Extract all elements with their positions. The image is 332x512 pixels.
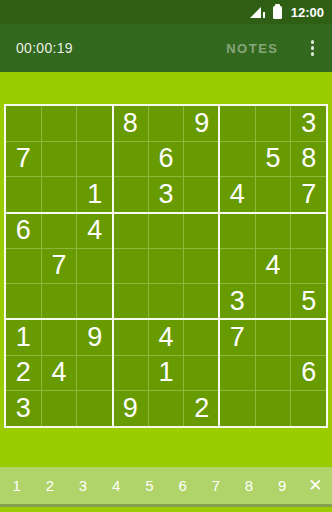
sudoku-cell-r2c1[interactable]: 7 [6,142,41,177]
numpad-key-4[interactable]: 4 [100,467,133,504]
notes-button[interactable]: NOTES [222,35,282,62]
sudoku-cell-r6c9[interactable]: 5 [291,284,326,319]
numpad: 123456789✕ [0,467,332,507]
sudoku-cell-r7c2[interactable] [42,320,77,355]
sudoku-cell-r3c4[interactable] [113,177,148,212]
sudoku-cell-r6c4[interactable] [113,284,148,319]
sudoku-cell-r2c9[interactable]: 8 [291,142,326,177]
sudoku-cell-r8c8[interactable] [256,356,291,391]
sudoku-cell-r8c9[interactable]: 6 [291,356,326,391]
sudoku-cell-r4c5[interactable] [149,213,184,248]
sudoku-cell-r2c4[interactable] [113,142,148,177]
sudoku-cell-r4c2[interactable] [42,213,77,248]
numpad-key-1[interactable]: 1 [0,467,33,504]
sudoku-cell-r1c1[interactable] [6,106,41,141]
sudoku-cell-r6c6[interactable] [184,284,219,319]
status-bar: 12:00 [0,0,332,24]
sudoku-cell-r9c4[interactable]: 9 [113,391,148,426]
sudoku-cell-r8c6[interactable] [184,356,219,391]
battery-icon [273,6,282,19]
sudoku-cell-r5c5[interactable] [149,249,184,284]
sudoku-cell-r6c1[interactable] [6,284,41,319]
sudoku-cell-r5c1[interactable] [6,249,41,284]
sudoku-cell-r7c8[interactable] [256,320,291,355]
sudoku-cell-r1c9[interactable]: 3 [291,106,326,141]
sudoku-cell-r9c2[interactable] [42,391,77,426]
sudoku-cell-r5c3[interactable] [77,249,112,284]
sudoku-cell-r5c8[interactable]: 4 [256,249,291,284]
sudoku-cell-r4c1[interactable]: 6 [6,213,41,248]
sudoku-cell-r5c2[interactable]: 7 [42,249,77,284]
sudoku-cell-r5c9[interactable] [291,249,326,284]
sudoku-cell-r4c3[interactable]: 4 [77,213,112,248]
numpad-key-7[interactable]: 7 [199,467,232,504]
sudoku-cell-r3c1[interactable] [6,177,41,212]
sudoku-cell-r2c8[interactable]: 5 [256,142,291,177]
sudoku-grid: 8937658134764743519472416392 [4,104,328,428]
sudoku-cell-r5c7[interactable] [220,249,255,284]
sudoku-cell-r8c1[interactable]: 2 [6,356,41,391]
sudoku-cell-r3c7[interactable]: 4 [220,177,255,212]
sudoku-cell-r1c6[interactable]: 9 [184,106,219,141]
sudoku-cell-r8c3[interactable] [77,356,112,391]
overflow-menu-icon[interactable] [305,36,321,60]
sudoku-cell-r7c4[interactable] [113,320,148,355]
sudoku-app-screen: 12:00 00:00:19 NOTES 8937658134764743519… [0,0,332,512]
signal-icon [250,6,265,18]
numpad-key-2[interactable]: 2 [33,467,66,504]
sudoku-cell-r2c5[interactable]: 6 [149,142,184,177]
sudoku-cell-r1c2[interactable] [42,106,77,141]
sudoku-cell-r8c4[interactable] [113,356,148,391]
sudoku-cell-r7c9[interactable] [291,320,326,355]
sudoku-cell-r6c3[interactable] [77,284,112,319]
sudoku-cell-r4c9[interactable] [291,213,326,248]
numpad-key-3[interactable]: 3 [66,467,99,504]
sudoku-cell-r1c7[interactable] [220,106,255,141]
sudoku-cell-r4c4[interactable] [113,213,148,248]
numpad-key-9[interactable]: 9 [266,467,299,504]
sudoku-cell-r2c2[interactable] [42,142,77,177]
sudoku-cell-r9c7[interactable] [220,391,255,426]
sudoku-cell-r3c9[interactable]: 7 [291,177,326,212]
sudoku-cell-r2c6[interactable] [184,142,219,177]
numpad-delete-button[interactable]: ✕ [299,467,332,504]
sudoku-cell-r9c1[interactable]: 3 [6,391,41,426]
sudoku-cell-r6c8[interactable] [256,284,291,319]
sudoku-cell-r6c2[interactable] [42,284,77,319]
sudoku-cell-r7c3[interactable]: 9 [77,320,112,355]
sudoku-cell-r7c6[interactable] [184,320,219,355]
sudoku-cell-r7c7[interactable]: 7 [220,320,255,355]
sudoku-cell-r1c3[interactable] [77,106,112,141]
sudoku-cell-r7c1[interactable]: 1 [6,320,41,355]
sudoku-cell-r3c5[interactable]: 3 [149,177,184,212]
timer-display: 00:00:19 [16,40,73,56]
sudoku-cell-r3c3[interactable]: 1 [77,177,112,212]
numpad-key-8[interactable]: 8 [232,467,265,504]
numpad-key-5[interactable]: 5 [133,467,166,504]
sudoku-cell-r8c5[interactable]: 1 [149,356,184,391]
sudoku-cell-r2c3[interactable] [77,142,112,177]
sudoku-cell-r2c7[interactable] [220,142,255,177]
sudoku-cell-r3c8[interactable] [256,177,291,212]
sudoku-cell-r3c2[interactable] [42,177,77,212]
numpad-key-6[interactable]: 6 [166,467,199,504]
sudoku-cell-r5c4[interactable] [113,249,148,284]
sudoku-cell-r9c6[interactable]: 2 [184,391,219,426]
sudoku-cell-r9c8[interactable] [256,391,291,426]
sudoku-cell-r6c5[interactable] [149,284,184,319]
sudoku-cell-r9c3[interactable] [77,391,112,426]
sudoku-cell-r5c6[interactable] [184,249,219,284]
sudoku-cell-r3c6[interactable] [184,177,219,212]
sudoku-cell-r7c5[interactable]: 4 [149,320,184,355]
sudoku-cell-r1c5[interactable] [149,106,184,141]
sudoku-cell-r4c6[interactable] [184,213,219,248]
sudoku-cell-r8c7[interactable] [220,356,255,391]
sudoku-cell-r1c8[interactable] [256,106,291,141]
sudoku-cell-r9c9[interactable] [291,391,326,426]
sudoku-cell-r6c7[interactable]: 3 [220,284,255,319]
status-time: 12:00 [291,5,324,20]
app-bar: 00:00:19 NOTES [0,24,332,72]
sudoku-cell-r9c5[interactable] [149,391,184,426]
app-bar-actions: NOTES [222,35,320,62]
sudoku-cell-r4c7[interactable] [220,213,255,248]
sudoku-cell-r8c2[interactable]: 4 [42,356,77,391]
sudoku-cell-r4c8[interactable] [256,213,291,248]
sudoku-cell-r1c4[interactable]: 8 [113,106,148,141]
